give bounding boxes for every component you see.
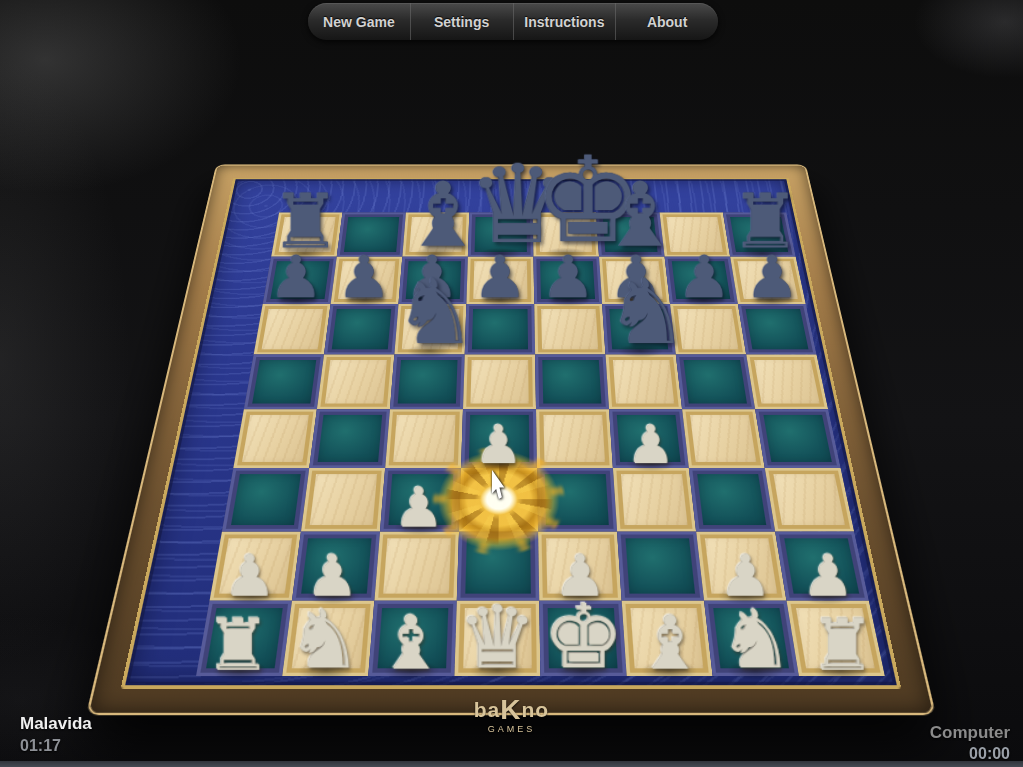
piece-white-knight-g1[interactable]: ♞ [713, 599, 799, 680]
piece-white-knight-b1[interactable]: ♞ [282, 599, 368, 680]
piece-black-king-e8[interactable]: ♚ [534, 141, 600, 259]
square-b5[interactable] [317, 355, 394, 410]
chess-board-grid: ♜♝♛♚♝♜♟♟♟♟♟♟♟♟♞♞♟♟♟♟♟♟♟♟♜♞♝♛♚♝♞♜ [205, 213, 816, 624]
piece-white-bishop-c1[interactable]: ♝ [368, 606, 454, 680]
square-f2[interactable] [617, 532, 704, 601]
menu-item-settings[interactable]: Settings [410, 3, 513, 40]
square-g5[interactable] [676, 355, 755, 410]
piece-black-knight-c6[interactable]: ♞ [394, 268, 465, 358]
square-g3[interactable] [689, 468, 775, 532]
piece-black-pawn-a7[interactable]: ♟ [262, 248, 330, 306]
square-g4[interactable] [682, 409, 765, 468]
square-h6[interactable] [738, 304, 817, 355]
chess-board-3d: ♜♝♛♚♝♜♟♟♟♟♟♟♟♟♞♞♟♟♟♟♟♟♟♟♜♞♝♛♚♝♞♜ [89, 166, 933, 713]
square-c5[interactable] [390, 355, 465, 410]
mouse-cursor-arrow [492, 470, 514, 500]
board-outer-rim: ♜♝♛♚♝♜♟♟♟♟♟♟♟♟♞♞♟♟♟♟♟♟♟♟♜♞♝♛♚♝♞♜ [89, 166, 933, 713]
bakno-games-logo: baKno GAMES [0, 694, 1023, 734]
square-h4[interactable] [755, 409, 841, 468]
piece-black-pawn-b7[interactable]: ♟ [330, 248, 398, 306]
square-a6[interactable] [254, 304, 331, 355]
square-f3[interactable] [613, 468, 696, 532]
piece-white-rook-h1[interactable]: ♜ [800, 609, 886, 681]
piece-white-pawn-d4[interactable]: ♟ [461, 419, 537, 472]
piece-white-rook-a1[interactable]: ♜ [195, 609, 281, 681]
piece-white-pawn-f4[interactable]: ♟ [613, 419, 689, 472]
square-c2[interactable] [374, 532, 459, 601]
piece-black-knight-f6[interactable]: ♞ [606, 268, 677, 358]
square-e5[interactable] [535, 355, 609, 410]
bottom-edge-strip [0, 761, 1023, 767]
piece-black-pawn-e7[interactable]: ♟ [534, 248, 602, 306]
square-d5[interactable] [463, 355, 536, 410]
square-c4[interactable] [385, 409, 463, 468]
menu-item-about[interactable]: About [615, 3, 718, 40]
piece-white-pawn-a2[interactable]: ♟ [209, 548, 292, 605]
black-player-clock: 00:00 [930, 745, 1010, 763]
menu-item-new-game[interactable]: New Game [308, 3, 410, 40]
square-b3[interactable] [301, 468, 385, 532]
square-a3[interactable] [222, 468, 309, 532]
square-h5[interactable] [746, 355, 828, 410]
square-b6[interactable] [324, 304, 398, 355]
piece-white-pawn-h2[interactable]: ♟ [787, 548, 870, 605]
piece-white-queen-d1[interactable]: ♛ [454, 594, 540, 680]
piece-black-pawn-h7[interactable]: ♟ [738, 248, 806, 306]
square-a4[interactable] [233, 409, 317, 468]
main-menu-bar: New Game Settings Instructions About [308, 3, 718, 40]
square-e6[interactable] [534, 304, 605, 355]
piece-white-bishop-f1[interactable]: ♝ [627, 606, 713, 680]
square-a5[interactable] [244, 355, 324, 410]
square-e4[interactable] [536, 409, 613, 468]
square-b4[interactable] [309, 409, 390, 468]
piece-white-king-e1[interactable]: ♚ [541, 592, 627, 681]
menu-item-instructions[interactable]: Instructions [513, 3, 616, 40]
square-f5[interactable] [605, 355, 682, 410]
piece-white-pawn-c3[interactable]: ♟ [380, 481, 459, 536]
brand-text: baKno [0, 694, 1023, 726]
brand-subtext: GAMES [0, 724, 1023, 734]
white-player-clock: 01:17 [20, 737, 92, 755]
board-blue-frame: ♜♝♛♚♝♜♟♟♟♟♟♟♟♟♞♞♟♟♟♟♟♟♟♟♜♞♝♛♚♝♞♜ [121, 178, 902, 689]
square-h3[interactable] [765, 468, 854, 532]
